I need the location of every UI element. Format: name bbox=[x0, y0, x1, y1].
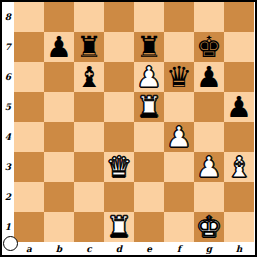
piece-white-king[interactable]: ♚ bbox=[196, 213, 222, 242]
square-g8[interactable] bbox=[194, 2, 224, 32]
square-f4[interactable]: ♟ bbox=[164, 122, 194, 152]
square-a7[interactable] bbox=[14, 32, 44, 62]
piece-black-pawn[interactable]: ♟ bbox=[46, 33, 72, 62]
square-e4[interactable] bbox=[134, 122, 164, 152]
square-f1[interactable] bbox=[164, 212, 194, 242]
square-f8[interactable] bbox=[164, 2, 194, 32]
square-e5[interactable]: ♜ bbox=[134, 92, 164, 122]
square-d7[interactable] bbox=[104, 32, 134, 62]
square-d6[interactable] bbox=[104, 62, 134, 92]
square-c8[interactable] bbox=[74, 2, 104, 32]
piece-white-pawn[interactable]: ♟ bbox=[196, 153, 222, 182]
square-a1[interactable] bbox=[14, 212, 44, 242]
file-labels: abcdefgh bbox=[14, 242, 254, 255]
piece-black-bishop[interactable]: ♝ bbox=[76, 63, 102, 92]
square-a8[interactable] bbox=[14, 2, 44, 32]
square-b1[interactable] bbox=[44, 212, 74, 242]
chess-diagram: 87654321 ♟♜♜♚♝♟♛♟♜♟♟♛♟♝♜♚ abcdefgh bbox=[0, 0, 257, 257]
piece-black-rook[interactable]: ♜ bbox=[136, 33, 162, 62]
chess-board[interactable]: ♟♜♜♚♝♟♛♟♜♟♟♛♟♝♜♚ bbox=[14, 2, 254, 242]
square-c3[interactable] bbox=[74, 152, 104, 182]
square-h8[interactable] bbox=[224, 2, 254, 32]
square-d5[interactable] bbox=[104, 92, 134, 122]
square-e1[interactable] bbox=[134, 212, 164, 242]
square-d1[interactable]: ♜ bbox=[104, 212, 134, 242]
side-to-move-indicator bbox=[3, 236, 18, 251]
piece-black-rook[interactable]: ♜ bbox=[76, 33, 102, 62]
square-h2[interactable] bbox=[224, 182, 254, 212]
square-a3[interactable] bbox=[14, 152, 44, 182]
file-label-f: f bbox=[164, 242, 194, 255]
square-b3[interactable] bbox=[44, 152, 74, 182]
piece-white-queen[interactable]: ♛ bbox=[106, 153, 132, 182]
file-label-d: d bbox=[104, 242, 134, 255]
rank-label-7: 7 bbox=[2, 32, 14, 62]
square-d4[interactable] bbox=[104, 122, 134, 152]
square-c7[interactable]: ♜ bbox=[74, 32, 104, 62]
piece-white-rook[interactable]: ♜ bbox=[136, 93, 162, 122]
file-label-g: g bbox=[194, 242, 224, 255]
square-e2[interactable] bbox=[134, 182, 164, 212]
square-c2[interactable] bbox=[74, 182, 104, 212]
piece-white-rook[interactable]: ♜ bbox=[106, 213, 132, 242]
file-label-a: a bbox=[14, 242, 44, 255]
square-e3[interactable] bbox=[134, 152, 164, 182]
square-h4[interactable] bbox=[224, 122, 254, 152]
piece-white-bishop[interactable]: ♝ bbox=[226, 153, 252, 182]
square-f6[interactable]: ♛ bbox=[164, 62, 194, 92]
rank-label-5: 5 bbox=[2, 92, 14, 122]
rank-labels: 87654321 bbox=[2, 2, 14, 242]
square-c4[interactable] bbox=[74, 122, 104, 152]
square-d8[interactable] bbox=[104, 2, 134, 32]
square-h1[interactable] bbox=[224, 212, 254, 242]
square-f2[interactable] bbox=[164, 182, 194, 212]
piece-black-queen[interactable]: ♛ bbox=[166, 63, 192, 92]
square-g4[interactable] bbox=[194, 122, 224, 152]
piece-white-pawn[interactable]: ♟ bbox=[136, 63, 162, 92]
square-c1[interactable] bbox=[74, 212, 104, 242]
square-b4[interactable] bbox=[44, 122, 74, 152]
square-a2[interactable] bbox=[14, 182, 44, 212]
piece-white-pawn[interactable]: ♟ bbox=[166, 123, 192, 152]
square-e7[interactable]: ♜ bbox=[134, 32, 164, 62]
piece-black-king[interactable]: ♚ bbox=[196, 33, 222, 62]
square-c5[interactable] bbox=[74, 92, 104, 122]
square-h5[interactable]: ♟ bbox=[224, 92, 254, 122]
square-d2[interactable] bbox=[104, 182, 134, 212]
square-b6[interactable] bbox=[44, 62, 74, 92]
square-f7[interactable] bbox=[164, 32, 194, 62]
square-f3[interactable] bbox=[164, 152, 194, 182]
rank-label-6: 6 bbox=[2, 62, 14, 92]
piece-black-pawn[interactable]: ♟ bbox=[226, 93, 252, 122]
file-label-e: e bbox=[134, 242, 164, 255]
file-label-h: h bbox=[224, 242, 254, 255]
square-g6[interactable]: ♟ bbox=[194, 62, 224, 92]
rank-label-4: 4 bbox=[2, 122, 14, 152]
piece-black-pawn[interactable]: ♟ bbox=[196, 63, 222, 92]
square-b2[interactable] bbox=[44, 182, 74, 212]
square-e8[interactable] bbox=[134, 2, 164, 32]
square-c6[interactable]: ♝ bbox=[74, 62, 104, 92]
square-a4[interactable] bbox=[14, 122, 44, 152]
file-label-b: b bbox=[44, 242, 74, 255]
file-label-c: c bbox=[74, 242, 104, 255]
square-g2[interactable] bbox=[194, 182, 224, 212]
square-h6[interactable] bbox=[224, 62, 254, 92]
square-b7[interactable]: ♟ bbox=[44, 32, 74, 62]
square-h3[interactable]: ♝ bbox=[224, 152, 254, 182]
square-g5[interactable] bbox=[194, 92, 224, 122]
square-d3[interactable]: ♛ bbox=[104, 152, 134, 182]
square-g7[interactable]: ♚ bbox=[194, 32, 224, 62]
square-a6[interactable] bbox=[14, 62, 44, 92]
square-g1[interactable]: ♚ bbox=[194, 212, 224, 242]
rank-label-2: 2 bbox=[2, 182, 14, 212]
rank-label-8: 8 bbox=[2, 2, 14, 32]
rank-label-3: 3 bbox=[2, 152, 14, 182]
square-e6[interactable]: ♟ bbox=[134, 62, 164, 92]
square-h7[interactable] bbox=[224, 32, 254, 62]
square-a5[interactable] bbox=[14, 92, 44, 122]
square-g3[interactable]: ♟ bbox=[194, 152, 224, 182]
square-b8[interactable] bbox=[44, 2, 74, 32]
square-b5[interactable] bbox=[44, 92, 74, 122]
square-f5[interactable] bbox=[164, 92, 194, 122]
